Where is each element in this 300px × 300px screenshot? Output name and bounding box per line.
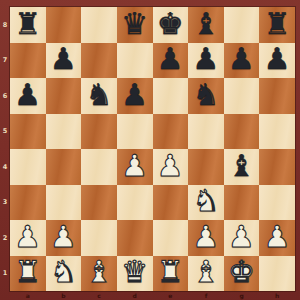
square-d2[interactable]: [117, 220, 153, 256]
square-a1[interactable]: ♜: [10, 256, 46, 292]
square-d7[interactable]: [117, 43, 153, 79]
square-h5[interactable]: [259, 114, 295, 150]
piece-black-knight: ♞: [86, 80, 113, 110]
piece-white-rook: ♜: [157, 257, 184, 287]
rank-label-6: 6: [0, 78, 10, 114]
piece-black-bishop: ♝: [192, 9, 219, 39]
square-f1[interactable]: ♝: [188, 256, 224, 292]
square-g1[interactable]: ♚: [224, 256, 260, 292]
square-a7[interactable]: [10, 43, 46, 79]
square-b7[interactable]: ♟: [46, 43, 82, 79]
square-b8[interactable]: [46, 7, 82, 43]
square-e5[interactable]: [153, 114, 189, 150]
file-label-c: c: [81, 291, 117, 300]
square-e1[interactable]: ♜: [153, 256, 189, 292]
piece-black-rook: ♜: [14, 9, 41, 39]
piece-white-pawn: ♟: [50, 222, 77, 252]
square-d6[interactable]: ♟: [117, 78, 153, 114]
square-c6[interactable]: ♞: [81, 78, 117, 114]
piece-white-queen: ♛: [121, 257, 148, 287]
chess-board-frame: 87654321 ♜♛♚♝♜♟♟♟♟♟♟♞♟♞♟♟♝♞♟♟♟♟♟♜♞♝♛♜♝♚ …: [0, 0, 300, 300]
square-h2[interactable]: ♟: [259, 220, 295, 256]
rank-label-4: 4: [0, 149, 10, 185]
square-a5[interactable]: [10, 114, 46, 150]
square-e3[interactable]: [153, 185, 189, 221]
square-h8[interactable]: ♜: [259, 7, 295, 43]
piece-black-bishop: ♝: [228, 151, 255, 181]
square-a8[interactable]: ♜: [10, 7, 46, 43]
file-label-h: h: [259, 291, 295, 300]
square-f6[interactable]: ♞: [188, 78, 224, 114]
square-b1[interactable]: ♞: [46, 256, 82, 292]
piece-black-rook: ♜: [264, 9, 291, 39]
piece-white-pawn: ♟: [121, 151, 148, 181]
square-c1[interactable]: ♝: [81, 256, 117, 292]
square-d1[interactable]: ♛: [117, 256, 153, 292]
square-g2[interactable]: ♟: [224, 220, 260, 256]
square-b3[interactable]: [46, 185, 82, 221]
square-e2[interactable]: [153, 220, 189, 256]
piece-black-pawn: ♟: [192, 44, 219, 74]
piece-black-pawn: ♟: [14, 80, 41, 110]
square-f2[interactable]: ♟: [188, 220, 224, 256]
square-b2[interactable]: ♟: [46, 220, 82, 256]
piece-white-pawn: ♟: [157, 151, 184, 181]
square-h6[interactable]: [259, 78, 295, 114]
square-g7[interactable]: ♟: [224, 43, 260, 79]
piece-black-pawn: ♟: [50, 44, 77, 74]
square-f7[interactable]: ♟: [188, 43, 224, 79]
square-a3[interactable]: [10, 185, 46, 221]
square-c3[interactable]: [81, 185, 117, 221]
square-c4[interactable]: [81, 149, 117, 185]
square-d4[interactable]: ♟: [117, 149, 153, 185]
rank-label-7: 7: [0, 43, 10, 79]
piece-white-knight: ♞: [192, 186, 219, 216]
rank-label-5: 5: [0, 114, 10, 150]
piece-white-pawn: ♟: [228, 222, 255, 252]
square-h1[interactable]: [259, 256, 295, 292]
file-label-a: a: [10, 291, 46, 300]
rank-label-3: 3: [0, 185, 10, 221]
square-g5[interactable]: [224, 114, 260, 150]
rank-label-1: 1: [0, 256, 10, 292]
piece-black-queen: ♛: [121, 9, 148, 39]
square-e7[interactable]: ♟: [153, 43, 189, 79]
square-g6[interactable]: [224, 78, 260, 114]
file-label-b: b: [46, 291, 82, 300]
square-a6[interactable]: ♟: [10, 78, 46, 114]
square-h4[interactable]: [259, 149, 295, 185]
piece-black-pawn: ♟: [264, 44, 291, 74]
square-f3[interactable]: ♞: [188, 185, 224, 221]
rank-labels: 87654321: [0, 7, 10, 291]
piece-black-pawn: ♟: [157, 44, 184, 74]
file-labels: abcdefgh: [10, 291, 295, 300]
square-c8[interactable]: [81, 7, 117, 43]
square-h3[interactable]: [259, 185, 295, 221]
square-e6[interactable]: [153, 78, 189, 114]
square-b5[interactable]: [46, 114, 82, 150]
piece-black-king: ♚: [157, 9, 184, 39]
piece-white-pawn: ♟: [192, 222, 219, 252]
file-label-d: d: [117, 291, 153, 300]
square-f5[interactable]: [188, 114, 224, 150]
square-g8[interactable]: [224, 7, 260, 43]
piece-white-bishop: ♝: [86, 257, 113, 287]
square-f8[interactable]: ♝: [188, 7, 224, 43]
square-c5[interactable]: [81, 114, 117, 150]
piece-white-knight: ♞: [50, 257, 77, 287]
file-label-e: e: [153, 291, 189, 300]
square-g3[interactable]: [224, 185, 260, 221]
piece-white-pawn: ♟: [264, 222, 291, 252]
piece-white-rook: ♜: [14, 257, 41, 287]
square-a4[interactable]: [10, 149, 46, 185]
square-e8[interactable]: ♚: [153, 7, 189, 43]
chess-board: ♜♛♚♝♜♟♟♟♟♟♟♞♟♞♟♟♝♞♟♟♟♟♟♜♞♝♛♜♝♚: [10, 7, 295, 291]
square-c2[interactable]: [81, 220, 117, 256]
piece-black-pawn: ♟: [228, 44, 255, 74]
piece-black-pawn: ♟: [121, 80, 148, 110]
file-label-g: g: [224, 291, 260, 300]
square-d8[interactable]: ♛: [117, 7, 153, 43]
square-f4[interactable]: [188, 149, 224, 185]
piece-white-pawn: ♟: [14, 222, 41, 252]
piece-white-bishop: ♝: [192, 257, 219, 287]
square-b6[interactable]: [46, 78, 82, 114]
file-label-f: f: [188, 291, 224, 300]
square-h7[interactable]: ♟: [259, 43, 295, 79]
square-c7[interactable]: [81, 43, 117, 79]
rank-label-8: 8: [0, 7, 10, 43]
square-e4[interactable]: ♟: [153, 149, 189, 185]
square-d5[interactable]: [117, 114, 153, 150]
square-b4[interactable]: [46, 149, 82, 185]
square-g4[interactable]: ♝: [224, 149, 260, 185]
piece-black-knight: ♞: [192, 80, 219, 110]
piece-white-king: ♚: [228, 257, 255, 287]
square-a2[interactable]: ♟: [10, 220, 46, 256]
square-d3[interactable]: [117, 185, 153, 221]
rank-label-2: 2: [0, 220, 10, 256]
